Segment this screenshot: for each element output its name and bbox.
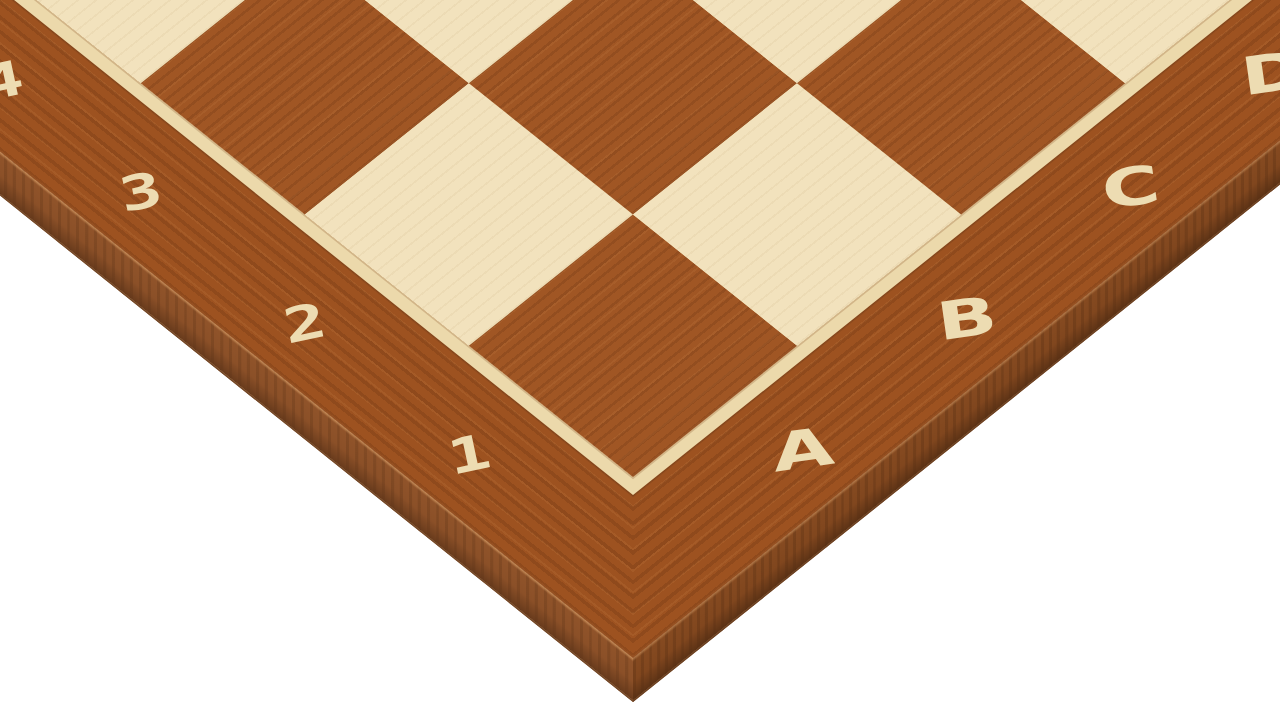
page: { "game": "chess", "subject": "empty woo… <box>0 0 1280 708</box>
chessboard-photo: ABCD1234 <box>0 0 1280 708</box>
